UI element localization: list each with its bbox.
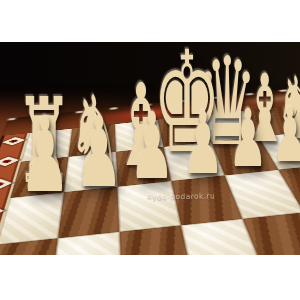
mosaic-diamond-ornament — [0, 157, 19, 167]
square-r1c2 — [116, 147, 171, 187]
square-r2c2 — [118, 181, 181, 232]
mosaic-diamond-core — [8, 139, 19, 143]
top-white-band — [0, 0, 300, 42]
square-r2c0 — [0, 192, 64, 244]
watermark: 4ydo-podarok.ru — [147, 191, 215, 201]
mosaic-diamond-core — [0, 182, 4, 187]
square-r2c1 — [58, 187, 120, 239]
chess-photo: ♜♞♝♚♛♝♞♟♟♟♟♟♟ 4ydo-podarok.ru — [0, 42, 300, 255]
product-photo-card: ♜♞♝♚♛♝♞♟♟♟♟♟♟ 4ydo-podarok.ru — [0, 0, 300, 300]
mosaic-diamond-ornament — [2, 137, 25, 145]
mosaic-diamond-ornament — [0, 206, 3, 219]
mosaic-diamond-core — [0, 159, 12, 163]
mosaic-diamond-ornament — [0, 179, 12, 190]
bottom-white-band — [0, 255, 300, 300]
square-r1c1 — [64, 152, 118, 193]
